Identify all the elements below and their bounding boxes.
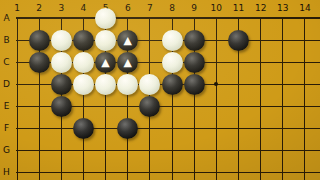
col-label-8: 8 — [163, 3, 181, 13]
grid-line-col-1 — [17, 17, 18, 180]
triangle-mark-icon: ▲ — [117, 30, 138, 51]
stone-white-C4[interactable] — [73, 52, 94, 73]
stone-white-C8[interactable] — [162, 52, 183, 73]
stone-black-D3[interactable] — [51, 74, 72, 95]
row-label-C: C — [0, 57, 13, 67]
col-label-9: 9 — [185, 3, 203, 13]
row-label-E: E — [0, 101, 13, 111]
row-label-F: F — [0, 123, 13, 133]
stone-black-F6[interactable] — [117, 118, 138, 139]
col-label-12: 12 — [252, 3, 270, 13]
stone-black-D9[interactable] — [184, 74, 205, 95]
row-label-B: B — [0, 35, 13, 45]
col-label-4: 4 — [74, 3, 92, 13]
col-label-2: 2 — [30, 3, 48, 13]
stone-white-C3[interactable] — [51, 52, 72, 73]
stone-white-B3[interactable] — [51, 30, 72, 51]
col-label-13: 13 — [274, 3, 292, 13]
row-label-G: G — [0, 145, 13, 155]
stone-black-B4[interactable] — [73, 30, 94, 51]
stone-black-F4[interactable] — [73, 118, 94, 139]
row-label-H: H — [0, 167, 13, 177]
stone-black-C9[interactable] — [184, 52, 205, 73]
stone-white-A5[interactable] — [95, 8, 116, 29]
col-label-1: 1 — [8, 3, 26, 13]
board-vignette — [0, 0, 320, 180]
star-point-D10 — [214, 82, 218, 86]
col-label-14: 14 — [296, 3, 314, 13]
row-label-A: A — [0, 13, 13, 23]
stone-black-B2[interactable] — [29, 30, 50, 51]
stone-white-B5[interactable] — [95, 30, 116, 51]
grid-line-col-14 — [304, 17, 305, 180]
col-label-7: 7 — [141, 3, 159, 13]
stone-white-D4[interactable] — [73, 74, 94, 95]
stone-white-D5[interactable] — [95, 74, 116, 95]
stone-black-C2[interactable] — [29, 52, 50, 73]
stone-white-B8[interactable] — [162, 30, 183, 51]
stone-black-B9[interactable] — [184, 30, 205, 51]
triangle-mark-icon: ▲ — [117, 52, 138, 73]
stone-black-B6[interactable]: ▲ — [117, 30, 138, 51]
stone-white-D7[interactable] — [139, 74, 160, 95]
stone-black-D8[interactable] — [162, 74, 183, 95]
stone-white-D6[interactable] — [117, 74, 138, 95]
stone-black-E3[interactable] — [51, 96, 72, 117]
row-label-D: D — [0, 79, 13, 89]
stone-black-C5[interactable]: ▲ — [95, 52, 116, 73]
triangle-mark-icon: ▲ — [95, 52, 116, 73]
grid-line-col-10 — [216, 17, 217, 180]
col-label-10: 10 — [207, 3, 225, 13]
go-app-screen: 1234567891011121314ABCDEFGH▲▲▲ — [0, 0, 320, 180]
col-label-3: 3 — [52, 3, 70, 13]
col-label-6: 6 — [119, 3, 137, 13]
stone-black-C6[interactable]: ▲ — [117, 52, 138, 73]
col-label-11: 11 — [230, 3, 248, 13]
stone-black-E7[interactable] — [139, 96, 160, 117]
grid-line-col-12 — [260, 17, 261, 180]
grid-line-col-13 — [282, 17, 283, 180]
stone-black-B11[interactable] — [228, 30, 249, 51]
